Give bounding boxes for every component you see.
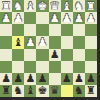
black-bishop[interactable]: ♝ xyxy=(25,85,35,96)
square-b2[interactable]: ♟ xyxy=(73,12,85,24)
white-bishop[interactable]: ♝ xyxy=(25,0,35,11)
square-g3[interactable] xyxy=(12,24,24,36)
square-a7[interactable]: ♟ xyxy=(85,73,97,85)
square-e7[interactable]: ♟ xyxy=(36,73,48,85)
square-h4[interactable] xyxy=(0,36,12,48)
black-pawn[interactable]: ♟ xyxy=(50,49,60,60)
square-c1[interactable]: ♝ xyxy=(61,0,73,12)
white-pawn[interactable]: ♟ xyxy=(86,12,96,23)
square-a5[interactable] xyxy=(85,49,97,61)
square-e4[interactable]: ♟ xyxy=(36,36,48,48)
black-pawn[interactable]: ♟ xyxy=(62,73,72,84)
square-a1[interactable]: ♜ xyxy=(85,0,97,12)
black-rook[interactable]: ♜ xyxy=(1,85,11,96)
black-pawn[interactable]: ♟ xyxy=(25,73,35,84)
black-knight[interactable]: ♞ xyxy=(74,85,84,96)
square-d6[interactable] xyxy=(49,61,61,73)
square-e8[interactable]: ♚ xyxy=(36,85,48,97)
square-a3[interactable] xyxy=(85,24,97,36)
black-king[interactable]: ♚ xyxy=(38,85,48,96)
square-a4[interactable] xyxy=(85,36,97,48)
black-pawn[interactable]: ♟ xyxy=(86,73,96,84)
square-d1[interactable]: ♛ xyxy=(49,0,61,12)
square-h7[interactable]: ♟ xyxy=(0,73,12,85)
square-d8[interactable]: ♛ xyxy=(49,85,61,97)
square-b7[interactable]: ♟ xyxy=(73,73,85,85)
black-knight[interactable]: ♞ xyxy=(13,85,23,96)
white-pawn[interactable]: ♟ xyxy=(13,12,23,23)
black-pawn[interactable]: ♟ xyxy=(74,73,84,84)
square-g8[interactable]: ♞ xyxy=(12,85,24,97)
square-g2[interactable]: ♟ xyxy=(12,12,24,24)
square-e5[interactable] xyxy=(36,49,48,61)
square-f6[interactable] xyxy=(24,61,36,73)
square-c8[interactable] xyxy=(61,85,73,97)
square-c6[interactable] xyxy=(61,61,73,73)
square-b3[interactable] xyxy=(73,24,85,36)
chess-board: ♜♞♝♚♛♝♞♜♟♟♟♟♟♟♝♟♟♟♟♟♟♟♟♟♟♜♞♝♚♛♞♜ xyxy=(0,0,97,97)
square-b4[interactable] xyxy=(73,36,85,48)
square-b6[interactable] xyxy=(73,61,85,73)
square-b1[interactable]: ♞ xyxy=(73,0,85,12)
square-c7[interactable]: ♟ xyxy=(61,73,73,85)
square-f2[interactable] xyxy=(24,12,36,24)
black-pawn[interactable]: ♟ xyxy=(1,73,11,84)
square-g5[interactable] xyxy=(12,49,24,61)
square-a6[interactable] xyxy=(85,61,97,73)
square-d2[interactable]: ♟ xyxy=(49,12,61,24)
square-f1[interactable]: ♝ xyxy=(24,0,36,12)
black-pawn[interactable]: ♟ xyxy=(13,73,23,84)
white-pawn[interactable]: ♟ xyxy=(1,12,11,23)
square-h8[interactable]: ♜ xyxy=(0,85,12,97)
square-g6[interactable] xyxy=(12,61,24,73)
square-b5[interactable] xyxy=(73,49,85,61)
white-pawn[interactable]: ♟ xyxy=(50,12,60,23)
square-f8[interactable]: ♝ xyxy=(24,85,36,97)
square-c3[interactable] xyxy=(61,24,73,36)
black-rook[interactable]: ♜ xyxy=(86,85,96,96)
square-c2[interactable]: ♟ xyxy=(61,12,73,24)
black-bishop[interactable]: ♝ xyxy=(13,36,23,47)
white-knight[interactable]: ♞ xyxy=(13,0,23,11)
square-g1[interactable]: ♞ xyxy=(12,0,24,12)
chess-app-viewport: ♜♞♝♚♛♝♞♜♟♟♟♟♟♟♝♟♟♟♟♟♟♟♟♟♟♜♞♝♚♛♞♜ xyxy=(0,0,100,100)
square-e2[interactable] xyxy=(36,12,48,24)
square-h6[interactable] xyxy=(0,61,12,73)
square-d3[interactable] xyxy=(49,24,61,36)
square-h5[interactable] xyxy=(0,49,12,61)
black-pawn[interactable]: ♟ xyxy=(38,73,48,84)
square-f7[interactable]: ♟ xyxy=(24,73,36,85)
white-pawn[interactable]: ♟ xyxy=(74,12,84,23)
white-rook[interactable]: ♜ xyxy=(86,0,96,11)
square-d5[interactable]: ♟ xyxy=(49,49,61,61)
square-d4[interactable] xyxy=(49,36,61,48)
square-a2[interactable]: ♟ xyxy=(85,12,97,24)
square-g4[interactable]: ♝ xyxy=(12,36,24,48)
square-f4[interactable]: ♟ xyxy=(24,36,36,48)
square-b8[interactable]: ♞ xyxy=(73,85,85,97)
square-c4[interactable] xyxy=(61,36,73,48)
square-f3[interactable] xyxy=(24,24,36,36)
white-knight[interactable]: ♞ xyxy=(74,0,84,11)
white-pawn[interactable]: ♟ xyxy=(62,12,72,23)
square-h2[interactable]: ♟ xyxy=(0,12,12,24)
white-queen[interactable]: ♛ xyxy=(50,0,60,11)
square-c5[interactable] xyxy=(61,49,73,61)
square-e6[interactable] xyxy=(36,61,48,73)
square-a8[interactable]: ♜ xyxy=(85,85,97,97)
white-king[interactable]: ♚ xyxy=(38,0,48,11)
black-queen[interactable]: ♛ xyxy=(50,85,60,96)
white-pawn[interactable]: ♟ xyxy=(25,36,35,47)
square-h1[interactable]: ♜ xyxy=(0,0,12,12)
square-e1[interactable]: ♚ xyxy=(36,0,48,12)
square-e3[interactable] xyxy=(36,24,48,36)
square-h3[interactable] xyxy=(0,24,12,36)
white-bishop[interactable]: ♝ xyxy=(62,0,72,11)
square-f5[interactable] xyxy=(24,49,36,61)
white-rook[interactable]: ♜ xyxy=(1,0,11,11)
white-pawn[interactable]: ♟ xyxy=(38,36,48,47)
square-d7[interactable] xyxy=(49,73,61,85)
square-g7[interactable]: ♟ xyxy=(12,73,24,85)
